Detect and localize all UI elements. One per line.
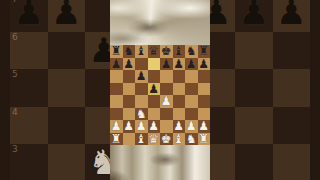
square-g8: ♞ xyxy=(185,45,198,58)
square-a1: ♜ xyxy=(110,133,123,146)
square-h1: ♜ xyxy=(198,133,211,146)
square-h3 xyxy=(273,144,311,180)
square-g2: ♟ xyxy=(185,120,198,133)
piece-black-pawn-f7: ♟ xyxy=(173,58,184,71)
square-b2: ♟ xyxy=(123,120,136,133)
piece-black-queen-d8: ♛ xyxy=(148,45,159,58)
square-c8: ♝ xyxy=(135,45,148,58)
square-e1: ♚ xyxy=(160,133,173,146)
rank-label-4: 4 xyxy=(12,108,18,117)
square-g3 xyxy=(235,144,273,180)
square-f2: ♟ xyxy=(173,120,186,133)
square-a4: 4 xyxy=(10,107,48,145)
piece-black-rook-h8: ♜ xyxy=(198,45,209,58)
square-a6: 6 xyxy=(10,32,48,70)
piece-white-pawn-f2: ♟ xyxy=(173,120,184,133)
piece-black-pawn-h7: ♟ xyxy=(276,0,306,32)
square-e2 xyxy=(160,120,173,133)
square-b5 xyxy=(48,69,86,107)
square-c6: ♟ xyxy=(135,70,148,83)
square-d7 xyxy=(148,58,161,71)
square-d6 xyxy=(148,70,161,83)
square-f8: ♝ xyxy=(173,45,186,58)
square-h7: ♟ xyxy=(198,58,211,71)
piece-white-rook-a1: ♜ xyxy=(111,133,122,146)
piece-black-pawn-h7: ♟ xyxy=(198,58,209,71)
square-d8: ♛ xyxy=(148,45,161,58)
square-b3 xyxy=(48,144,86,180)
square-g5 xyxy=(185,83,198,96)
square-f1: ♝ xyxy=(173,133,186,146)
square-g1: ♞ xyxy=(185,133,198,146)
square-c2: ♟ xyxy=(135,120,148,133)
square-e8: ♚ xyxy=(160,45,173,58)
piece-white-rook-h1: ♜ xyxy=(198,133,209,146)
square-c1: ♝ xyxy=(135,133,148,146)
square-h2: ♟ xyxy=(198,120,211,133)
square-g4 xyxy=(235,107,273,145)
square-a6 xyxy=(110,70,123,83)
square-g7: ♟ xyxy=(185,58,198,71)
square-b6 xyxy=(123,70,136,83)
square-b4 xyxy=(48,107,86,145)
square-e7: ♟ xyxy=(160,58,173,71)
square-d4 xyxy=(148,95,161,108)
square-g7: ♟ xyxy=(235,0,273,32)
square-g6 xyxy=(185,70,198,83)
piece-black-pawn-c6: ♟ xyxy=(136,70,147,83)
rank-label-6: 6 xyxy=(12,33,18,42)
piece-white-king-e1: ♚ xyxy=(161,133,172,146)
piece-black-pawn-g7: ♟ xyxy=(239,0,269,32)
square-a8: ♜ xyxy=(110,45,123,58)
piece-white-pawn-a2: ♟ xyxy=(111,120,122,133)
piece-white-pawn-h2: ♟ xyxy=(198,120,209,133)
square-b5 xyxy=(123,83,136,96)
square-e4: ♟ xyxy=(160,95,173,108)
square-b8: ♞ xyxy=(123,45,136,58)
square-f5 xyxy=(173,83,186,96)
square-h6 xyxy=(273,32,311,70)
piece-black-pawn-a7: ♟ xyxy=(111,58,122,71)
rank-label-7: 7 xyxy=(12,0,18,4)
piece-black-knight-g8: ♞ xyxy=(186,45,197,58)
piece-white-pawn-c2: ♟ xyxy=(136,120,147,133)
piece-white-bishop-c1: ♝ xyxy=(136,133,147,146)
square-c4 xyxy=(135,95,148,108)
square-a5 xyxy=(110,83,123,96)
rank-label-5: 5 xyxy=(12,70,18,79)
rank-label-3: 3 xyxy=(12,145,18,154)
square-d2: ♟ xyxy=(148,120,161,133)
square-h4 xyxy=(198,95,211,108)
silk-fabric-bottom xyxy=(110,145,210,180)
video-frame: 8♜♞♝♛♚♝♞♜7♟♟♟♟♟♟6♟5♟4♟3♞2♟♟♟♟♟♟♟1♜♝♛♚♝♞♜… xyxy=(0,0,320,180)
square-d1: ♛ xyxy=(148,133,161,146)
piece-black-pawn-e7: ♟ xyxy=(161,58,172,71)
piece-black-king-e8: ♚ xyxy=(161,45,172,58)
piece-white-pawn-b2: ♟ xyxy=(123,120,134,133)
piece-white-pawn-e4: ♟ xyxy=(161,95,172,108)
square-b6 xyxy=(48,32,86,70)
square-b1 xyxy=(123,133,136,146)
square-h4 xyxy=(273,107,311,145)
square-g5 xyxy=(235,69,273,107)
piece-black-pawn-b7: ♟ xyxy=(51,0,81,32)
square-b7: ♟ xyxy=(48,0,86,32)
square-c5 xyxy=(135,83,148,96)
square-e3 xyxy=(160,108,173,121)
piece-white-queen-d1: ♛ xyxy=(148,133,159,146)
square-a3: 3 xyxy=(10,144,48,180)
piece-black-pawn-d5: ♟ xyxy=(148,83,159,96)
piece-white-pawn-g2: ♟ xyxy=(186,120,197,133)
square-h6 xyxy=(198,70,211,83)
square-a5: 5 xyxy=(10,69,48,107)
square-h8: ♜ xyxy=(198,45,211,58)
square-f6 xyxy=(173,70,186,83)
square-g4 xyxy=(185,95,198,108)
piece-black-pawn-g7: ♟ xyxy=(186,58,197,71)
square-d5: ♟ xyxy=(148,83,161,96)
piece-black-bishop-c8: ♝ xyxy=(136,45,147,58)
square-b4 xyxy=(123,95,136,108)
piece-black-rook-a8: ♜ xyxy=(111,45,122,58)
piece-white-pawn-d2: ♟ xyxy=(148,120,159,133)
piece-black-knight-b8: ♞ xyxy=(123,45,134,58)
square-a7: ♟ xyxy=(110,58,123,71)
square-a2: ♟ xyxy=(110,120,123,133)
square-g6 xyxy=(235,32,273,70)
square-h5 xyxy=(198,83,211,96)
piece-white-bishop-f1: ♝ xyxy=(173,133,184,146)
square-h7: ♟ xyxy=(273,0,311,32)
square-f7: ♟ xyxy=(173,58,186,71)
square-a4 xyxy=(110,95,123,108)
silk-fabric-top xyxy=(110,0,210,45)
square-a7: 7♟ xyxy=(10,0,48,32)
piece-black-bishop-f8: ♝ xyxy=(173,45,184,58)
piece-black-pawn-b7: ♟ xyxy=(123,58,134,71)
chess-board: ♜♞♝♛♚♝♞♜♟♟♟♟♟♟♟♟♟♞♟♟♟♟♟♟♟♜♝♛♚♝♞♜ xyxy=(110,45,210,145)
piece-white-knight-g1: ♞ xyxy=(186,133,197,146)
piece-black-pawn-a7: ♟ xyxy=(14,0,44,32)
square-e6 xyxy=(160,70,173,83)
video-strip: ♜♞♝♛♚♝♞♜♟♟♟♟♟♟♟♟♟♞♟♟♟♟♟♟♟♜♝♛♚♝♞♜ xyxy=(110,0,210,180)
square-f4 xyxy=(173,95,186,108)
square-h5 xyxy=(273,69,311,107)
square-b7: ♟ xyxy=(123,58,136,71)
